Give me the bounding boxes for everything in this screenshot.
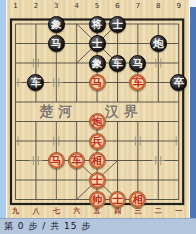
file-label-top-8: 8 [156,2,160,10]
piece-glyph: 兵 [92,136,103,147]
piece-black-horse[interactable]: 马 [129,55,146,72]
piece-glyph: 士 [92,175,103,186]
piece-glyph: 帅 [92,194,103,205]
file-label-bottom-6: 四 [114,207,121,215]
river-label-right: 汉界 [105,103,143,121]
piece-glyph: 士 [92,38,103,49]
piece-black-elephant[interactable]: 象 [48,16,65,33]
piece-glyph: 车 [31,77,42,88]
file-label-bottom-7: 三 [134,207,141,215]
file-label-top-4: 4 [74,2,78,10]
piece-black-general[interactable]: 将 [89,16,106,33]
piece-black-cannon[interactable]: 炮 [150,35,167,52]
piece-glyph: 炮 [92,116,103,127]
file-label-bottom-8: 二 [155,207,162,215]
piece-glyph: 卒 [173,77,184,88]
piece-red-general[interactable]: 帅 [89,191,106,208]
piece-red-elephant[interactable]: 相 [89,152,106,169]
file-label-top-5: 5 [95,2,99,10]
file-label-top-7: 7 [136,2,140,10]
piece-glyph: 象 [51,19,62,30]
piece-glyph: 车 [133,77,144,88]
piece-red-advisor[interactable]: 士 [89,172,106,189]
piece-red-advisor[interactable]: 士 [109,191,126,208]
piece-black-elephant[interactable]: 象 [89,55,106,72]
piece-glyph: 马 [133,58,144,69]
piece-black-advisor[interactable]: 士 [109,16,126,33]
file-label-top-6: 6 [115,2,119,10]
piece-glyph: 马 [92,77,103,88]
piece-glyph: 将 [92,19,103,30]
file-label-top-1: 1 [13,2,17,10]
file-label-bottom-2: 八 [32,207,39,215]
piece-red-cannon[interactable]: 炮 [89,113,106,130]
xiangqi-app: 123456789 楚河 汉界 象将士马士炮象车马车马车卒炮兵马车相士帅士相 九… [0,0,196,234]
piece-black-chariot[interactable]: 车 [109,55,126,72]
piece-glyph: 车 [71,155,82,166]
piece-red-soldier[interactable]: 兵 [89,133,106,150]
file-label-top-2: 2 [34,2,38,10]
file-label-bottom-4: 六 [73,207,80,215]
piece-glyph: 士 [112,194,123,205]
file-label-bottom-5: 五 [94,207,101,215]
piece-glyph: 马 [51,155,62,166]
left-edge-strip [0,0,7,218]
piece-glyph: 相 [133,194,144,205]
file-label-top-9: 9 [176,2,180,10]
file-label-bottom-9: 一 [175,207,182,215]
piece-glyph: 马 [51,38,62,49]
piece-glyph: 炮 [153,38,164,49]
piece-black-advisor[interactable]: 士 [89,35,106,52]
piece-glyph: 象 [92,58,103,69]
piece-red-horse[interactable]: 马 [48,152,65,169]
piece-red-horse[interactable]: 马 [89,74,106,91]
file-label-bottom-1: 九 [12,207,19,215]
status-bar: 第 0 步 / 共 15 步 [0,218,196,234]
piece-glyph: 士 [112,19,123,30]
piece-black-horse[interactable]: 马 [48,35,65,52]
piece-glyph: 车 [112,58,123,69]
file-label-top-3: 3 [54,2,58,10]
right-edge-strip [189,0,196,218]
piece-glyph: 相 [92,155,103,166]
top-right-corner [189,0,196,7]
status-text: 第 0 步 / 共 15 步 [4,221,91,231]
file-label-bottom-3: 七 [53,207,60,215]
river-label-left: 楚河 [40,103,78,121]
